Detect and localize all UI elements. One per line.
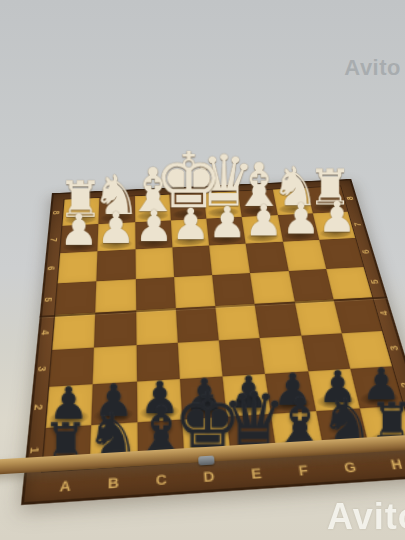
piece-cell-h4: [333, 297, 381, 332]
piece-cell-a7: ♟: [60, 224, 98, 254]
white-pawn-c7: ♟: [134, 204, 173, 247]
piece-cell-d5: [173, 275, 215, 309]
piece-cell-f7: ♟: [241, 215, 282, 244]
white-pawn-a7: ♟: [59, 208, 98, 252]
piece-cell-b6: [96, 249, 135, 281]
piece-cell-c7: ♟: [134, 220, 171, 249]
piece-cell-h5: [325, 267, 371, 300]
piece-cell-b7: ♟: [97, 222, 134, 251]
white-pawn-g7: ♟: [281, 197, 319, 240]
avito-watermark-bottom: Avito: [327, 496, 405, 538]
piece-cell-d6: [172, 246, 212, 277]
white-pawn-e7: ♟: [208, 201, 247, 244]
piece-cell-g6: [282, 240, 325, 271]
piece-cell-e6: [209, 244, 250, 275]
piece-cell-a5: [55, 281, 96, 315]
file-label-h: H: [370, 450, 405, 477]
white-pawn-d7: ♟: [171, 202, 210, 245]
file-label-c: C: [137, 465, 186, 493]
white-pawn-b7: ♟: [96, 206, 135, 249]
piece-cell-e5: [212, 273, 255, 306]
white-pawn-f7: ♟: [244, 199, 283, 242]
file-label-g: G: [324, 453, 376, 481]
piece-cell-f5: [250, 271, 294, 304]
board-pieces: ♜♞♝♚♛♝♞♜♟♟♟♟♟♟♟♟♟♟♟♟♟♟♟♟♜♞♝♚♛♝♞♜: [42, 186, 405, 471]
piece-cell-e7: ♟: [206, 217, 246, 246]
file-label-e: E: [231, 459, 281, 487]
metal-clasp: [198, 456, 215, 466]
piece-cell-b4: [94, 310, 136, 347]
photo-scene: Avito ♜♞♝♚♛♝♞♜♟♟♟♟♟♟♟♟♟♟♟♟♟♟♟♟♜♞♝♚♛♝♞♜ A…: [0, 0, 405, 540]
file-label-a: A: [40, 471, 90, 500]
piece-cell-g5: [288, 269, 333, 302]
piece-cell-c5: [135, 277, 175, 311]
white-pawn-h7: ♟: [317, 195, 355, 238]
piece-cell-d7: ♟: [170, 218, 209, 247]
piece-cell-f6: [245, 242, 287, 273]
piece-cell-b5: [95, 279, 135, 313]
piece-cell-a4: [52, 313, 95, 350]
piece-cell-e4: [215, 304, 260, 340]
piece-cell-c6: [134, 247, 173, 278]
piece-cell-f4: [254, 302, 300, 338]
piece-cell-a6: [57, 251, 97, 283]
piece-cell-d4: [175, 306, 218, 342]
piece-cell-g7: ♟: [277, 213, 319, 242]
file-label-f: F: [277, 456, 328, 484]
avito-watermark-top: Avito: [344, 55, 401, 81]
file-label-b: B: [88, 468, 137, 496]
piece-cell-c4: [135, 308, 177, 344]
file-label-d: D: [184, 462, 233, 490]
